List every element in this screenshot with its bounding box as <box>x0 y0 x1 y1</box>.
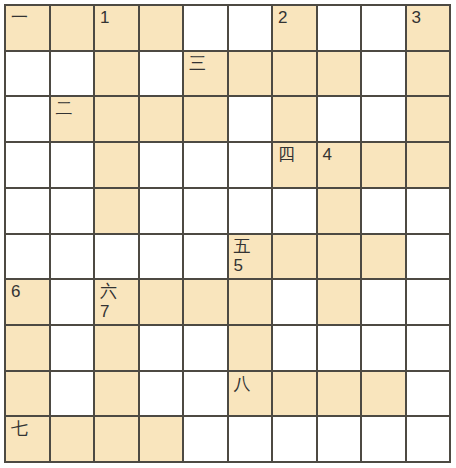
empty-cell-r5c4 <box>184 235 227 279</box>
empty-cell-r4c0 <box>6 189 49 233</box>
empty-cell-r4c4 <box>184 189 227 233</box>
clue-number-label: 1 <box>100 8 109 28</box>
answer-cell-r0c1[interactable] <box>51 6 94 50</box>
empty-cell-r5c1 <box>51 235 94 279</box>
empty-cell-r9c9 <box>407 417 450 461</box>
answer-cell-r9c3[interactable] <box>140 417 183 461</box>
answer-cell-r2c4[interactable] <box>184 97 227 141</box>
answer-cell-r5c6[interactable] <box>273 235 316 279</box>
empty-cell-r0c8 <box>362 6 405 50</box>
empty-cell-r2c7 <box>318 97 361 141</box>
clue-number-label: 一 <box>11 8 28 28</box>
empty-cell-r5c3 <box>140 235 183 279</box>
answer-cell-r1c7[interactable] <box>318 52 361 96</box>
empty-cell-r4c6 <box>273 189 316 233</box>
answer-cell-r3c8[interactable] <box>362 143 405 187</box>
empty-cell-r5c9 <box>407 235 450 279</box>
answer-cell-r0c9[interactable]: 3 <box>407 6 450 50</box>
answer-cell-r2c9[interactable] <box>407 97 450 141</box>
empty-cell-r5c2 <box>95 235 138 279</box>
answer-cell-r6c7[interactable] <box>318 280 361 324</box>
empty-cell-r4c5 <box>229 189 272 233</box>
empty-cell-r8c4 <box>184 372 227 416</box>
answer-cell-r1c5[interactable] <box>229 52 272 96</box>
empty-cell-r8c1 <box>51 372 94 416</box>
empty-cell-r1c3 <box>140 52 183 96</box>
answer-cell-r6c4[interactable] <box>184 280 227 324</box>
empty-cell-r4c3 <box>140 189 183 233</box>
empty-cell-r1c1 <box>51 52 94 96</box>
empty-cell-r8c3 <box>140 372 183 416</box>
answer-cell-r7c2[interactable] <box>95 326 138 370</box>
clue-number-label: 三 <box>189 54 206 74</box>
empty-cell-r1c8 <box>362 52 405 96</box>
empty-cell-r2c0 <box>6 97 49 141</box>
empty-cell-r0c4 <box>184 6 227 50</box>
empty-cell-r3c1 <box>51 143 94 187</box>
clue-number-label: 八 <box>234 374 251 394</box>
answer-cell-r2c3[interactable] <box>140 97 183 141</box>
empty-cell-r9c4 <box>184 417 227 461</box>
empty-cell-r7c8 <box>362 326 405 370</box>
empty-cell-r9c6 <box>273 417 316 461</box>
answer-cell-r3c6[interactable]: 四 <box>273 143 316 187</box>
answer-cell-r3c7[interactable]: 4 <box>318 143 361 187</box>
empty-cell-r3c5 <box>229 143 272 187</box>
answer-cell-r4c2[interactable] <box>95 189 138 233</box>
answer-cell-r0c0[interactable]: 一 <box>6 6 49 50</box>
answer-cell-r8c6[interactable] <box>273 372 316 416</box>
empty-cell-r3c0 <box>6 143 49 187</box>
crossword-board: 一123三二四4五 56六 7八七 <box>0 0 456 468</box>
answer-cell-r6c5[interactable] <box>229 280 272 324</box>
empty-cell-r9c8 <box>362 417 405 461</box>
answer-cell-r4c7[interactable] <box>318 189 361 233</box>
empty-cell-r1c0 <box>6 52 49 96</box>
answer-cell-r8c8[interactable] <box>362 372 405 416</box>
empty-cell-r6c9 <box>407 280 450 324</box>
empty-cell-r4c8 <box>362 189 405 233</box>
answer-cell-r8c7[interactable] <box>318 372 361 416</box>
answer-cell-r7c0[interactable] <box>6 326 49 370</box>
answer-cell-r8c0[interactable] <box>6 372 49 416</box>
empty-cell-r6c6 <box>273 280 316 324</box>
answer-cell-r8c5[interactable]: 八 <box>229 372 272 416</box>
empty-cell-r7c3 <box>140 326 183 370</box>
clue-number-label: 四 <box>278 145 295 165</box>
answer-cell-r2c6[interactable] <box>273 97 316 141</box>
clue-number-label: 6 <box>11 282 20 302</box>
empty-cell-r0c7 <box>318 6 361 50</box>
clue-number-label: 六 7 <box>100 282 117 321</box>
empty-cell-r7c9 <box>407 326 450 370</box>
answer-cell-r6c3[interactable] <box>140 280 183 324</box>
empty-cell-r6c1 <box>51 280 94 324</box>
answer-cell-r1c6[interactable] <box>273 52 316 96</box>
empty-cell-r6c8 <box>362 280 405 324</box>
empty-cell-r7c6 <box>273 326 316 370</box>
answer-cell-r3c9[interactable] <box>407 143 450 187</box>
answer-cell-r9c2[interactable] <box>95 417 138 461</box>
empty-cell-r9c5 <box>229 417 272 461</box>
answer-cell-r8c2[interactable] <box>95 372 138 416</box>
answer-cell-r6c0[interactable]: 6 <box>6 280 49 324</box>
empty-cell-r7c1 <box>51 326 94 370</box>
clue-number-label: 3 <box>412 8 421 28</box>
empty-cell-r0c5 <box>229 6 272 50</box>
empty-cell-r4c9 <box>407 189 450 233</box>
answer-cell-r5c5[interactable]: 五 5 <box>229 235 272 279</box>
answer-cell-r5c7[interactable] <box>318 235 361 279</box>
empty-cell-r2c8 <box>362 97 405 141</box>
answer-cell-r9c1[interactable] <box>51 417 94 461</box>
empty-cell-r3c4 <box>184 143 227 187</box>
clue-number-label: 五 5 <box>234 237 251 276</box>
empty-cell-r7c4 <box>184 326 227 370</box>
empty-cell-r8c9 <box>407 372 450 416</box>
answer-cell-r7c5[interactable] <box>229 326 272 370</box>
empty-cell-r2c5 <box>229 97 272 141</box>
answer-cell-r3c2[interactable] <box>95 143 138 187</box>
clue-number-label: 二 <box>56 99 73 119</box>
empty-cell-r4c1 <box>51 189 94 233</box>
answer-cell-r5c8[interactable] <box>362 235 405 279</box>
answer-cell-r0c2[interactable]: 1 <box>95 6 138 50</box>
empty-cell-r9c7 <box>318 417 361 461</box>
empty-cell-r3c3 <box>140 143 183 187</box>
answer-cell-r1c4[interactable]: 三 <box>184 52 227 96</box>
answer-cell-r1c9[interactable] <box>407 52 450 96</box>
answer-cell-r6c2[interactable]: 六 7 <box>95 280 138 324</box>
empty-cell-r7c7 <box>318 326 361 370</box>
answer-cell-r0c3[interactable] <box>140 6 183 50</box>
clue-number-label: 2 <box>278 8 287 28</box>
clue-number-label: 4 <box>323 145 332 165</box>
empty-cell-r5c0 <box>6 235 49 279</box>
puzzle-grid: 一123三二四4五 56六 7八七 <box>4 4 451 463</box>
clue-number-label: 七 <box>11 419 28 439</box>
answer-cell-r2c2[interactable] <box>95 97 138 141</box>
answer-cell-r2c1[interactable]: 二 <box>51 97 94 141</box>
answer-cell-r0c6[interactable]: 2 <box>273 6 316 50</box>
answer-cell-r9c0[interactable]: 七 <box>6 417 49 461</box>
answer-cell-r1c2[interactable] <box>95 52 138 96</box>
